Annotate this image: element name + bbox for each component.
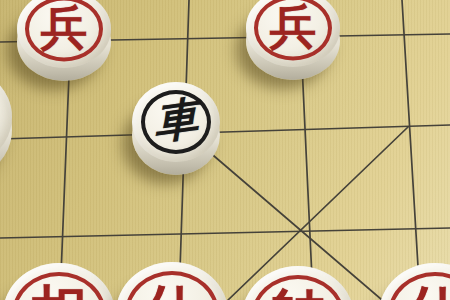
piece-character: 帥 (270, 287, 327, 300)
rank-line-2 (0, 228, 450, 238)
piece-red-advisor-file4[interactable]: 仕 (379, 263, 450, 300)
piece-character: 車 (153, 96, 200, 146)
file-line-4 (402, 0, 420, 300)
piece-face: 仕 (379, 263, 450, 300)
piece-red-advisor-file6[interactable]: 仕 (116, 262, 228, 300)
piece-character: 仕 (407, 284, 450, 300)
piece-character: 兵 (41, 5, 88, 52)
piece-red-soldier-file5[interactable]: 兵 (246, 0, 340, 67)
piece-red-elephant[interactable]: 相 (3, 263, 115, 300)
piece-red-general[interactable]: 帥 (242, 266, 354, 300)
piece-character: 相 (31, 284, 88, 300)
piece-black-chariot[interactable]: 車 (132, 82, 220, 162)
piece-face: 車 (132, 82, 220, 162)
xiangqi-board-photo: 兵 兵 車 相 仕 (0, 0, 450, 300)
piece-red-soldier-file7[interactable]: 兵 (17, 0, 111, 68)
piece-character: 仕 (144, 283, 201, 300)
piece-red-cannon-edge-sliver[interactable] (0, 67, 12, 167)
piece-face: 相 (3, 263, 115, 300)
piece-character: 兵 (270, 4, 317, 51)
piece-face: 仕 (116, 262, 228, 300)
piece-face: 帥 (242, 266, 354, 300)
